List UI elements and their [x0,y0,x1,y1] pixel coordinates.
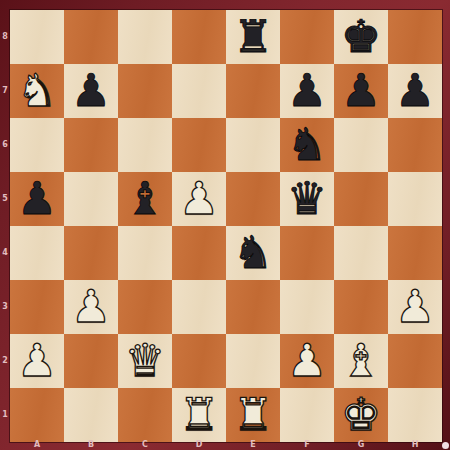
square-d3[interactable] [172,280,226,334]
piece-black-pawn[interactable]: ♟ [341,68,381,113]
square-a5[interactable]: ♟ [10,172,64,226]
piece-black-pawn[interactable]: ♟ [287,68,327,113]
square-d4[interactable] [172,226,226,280]
rank-label-5: 5 [0,172,10,226]
square-g6[interactable] [334,118,388,172]
square-h3[interactable]: ♟ [388,280,442,334]
square-c6[interactable] [118,118,172,172]
file-label-e: E [226,441,280,449]
piece-white-bishop[interactable]: ♝ [341,338,381,383]
piece-white-pawn[interactable]: ♟ [17,338,57,383]
square-a2[interactable]: ♟ [10,334,64,388]
square-d1[interactable]: ♜ [172,388,226,442]
square-h8[interactable] [388,10,442,64]
piece-black-pawn[interactable]: ♟ [17,176,57,221]
square-h7[interactable]: ♟ [388,64,442,118]
square-b4[interactable] [64,226,118,280]
square-e8[interactable]: ♜ [226,10,280,64]
piece-black-queen[interactable]: ♛ [287,176,327,221]
rank-label-7: 7 [0,64,10,118]
square-d2[interactable] [172,334,226,388]
square-g1[interactable]: ♚ [334,388,388,442]
piece-black-knight[interactable]: ♞ [287,122,327,167]
square-f6[interactable]: ♞ [280,118,334,172]
piece-white-pawn[interactable]: ♟ [395,284,435,329]
square-e3[interactable] [226,280,280,334]
square-a1[interactable] [10,388,64,442]
file-label-d: D [172,441,226,449]
square-e1[interactable]: ♜ [226,388,280,442]
rank-label-6: 6 [0,118,10,172]
board: ♜♚♞♟♟♟♟♞♟♝♟♛♞♟♟♟♛♟♝♜♜♚ [10,10,442,442]
rank-label-8: 8 [0,10,10,64]
piece-black-rook[interactable]: ♜ [233,14,273,59]
square-d8[interactable] [172,10,226,64]
square-g4[interactable] [334,226,388,280]
piece-white-rook[interactable]: ♜ [233,392,273,437]
piece-black-pawn[interactable]: ♟ [395,68,435,113]
square-f5[interactable]: ♛ [280,172,334,226]
rank-label-2: 2 [0,334,10,388]
file-label-g: G [334,441,388,449]
square-f3[interactable] [280,280,334,334]
square-f4[interactable] [280,226,334,280]
square-c1[interactable] [118,388,172,442]
piece-white-knight[interactable]: ♞ [17,68,57,113]
piece-black-bishop[interactable]: ♝ [125,176,165,221]
square-h6[interactable] [388,118,442,172]
piece-white-rook[interactable]: ♜ [179,392,219,437]
file-label-c: C [118,441,172,449]
square-f2[interactable]: ♟ [280,334,334,388]
square-b1[interactable] [64,388,118,442]
square-b8[interactable] [64,10,118,64]
square-c3[interactable] [118,280,172,334]
square-g7[interactable]: ♟ [334,64,388,118]
square-b2[interactable] [64,334,118,388]
square-h2[interactable] [388,334,442,388]
square-b6[interactable] [64,118,118,172]
piece-black-pawn[interactable]: ♟ [71,68,111,113]
square-e7[interactable] [226,64,280,118]
square-a8[interactable] [10,10,64,64]
white-to-move-indicator [442,442,449,449]
square-g8[interactable]: ♚ [334,10,388,64]
square-c5[interactable]: ♝ [118,172,172,226]
file-label-b: B [64,441,118,449]
square-c4[interactable] [118,226,172,280]
square-d7[interactable] [172,64,226,118]
square-b5[interactable] [64,172,118,226]
square-h5[interactable] [388,172,442,226]
square-g2[interactable]: ♝ [334,334,388,388]
square-a4[interactable] [10,226,64,280]
rank-label-3: 3 [0,280,10,334]
square-e6[interactable] [226,118,280,172]
file-label-h: H [388,441,442,449]
square-g5[interactable] [334,172,388,226]
piece-black-knight[interactable]: ♞ [233,230,273,275]
piece-black-king[interactable]: ♚ [341,14,381,59]
square-f7[interactable]: ♟ [280,64,334,118]
square-b7[interactable]: ♟ [64,64,118,118]
square-f1[interactable] [280,388,334,442]
piece-white-pawn[interactable]: ♟ [287,338,327,383]
piece-white-king[interactable]: ♚ [341,392,381,437]
square-h1[interactable] [388,388,442,442]
square-c2[interactable]: ♛ [118,334,172,388]
square-a3[interactable] [10,280,64,334]
rank-label-4: 4 [0,226,10,280]
square-c8[interactable] [118,10,172,64]
square-a7[interactable]: ♞ [10,64,64,118]
chess-board-frame: ♜♚♞♟♟♟♟♞♟♝♟♛♞♟♟♟♛♟♝♜♜♚ 12345678ABCDEFGH [0,0,450,450]
file-label-a: A [10,441,64,449]
square-d6[interactable] [172,118,226,172]
square-e2[interactable] [226,334,280,388]
square-a6[interactable] [10,118,64,172]
rank-label-1: 1 [0,388,10,442]
piece-white-pawn[interactable]: ♟ [71,284,111,329]
square-e5[interactable] [226,172,280,226]
square-f8[interactable] [280,10,334,64]
square-c7[interactable] [118,64,172,118]
square-e4[interactable]: ♞ [226,226,280,280]
file-label-f: F [280,441,334,449]
square-b3[interactable]: ♟ [64,280,118,334]
square-h4[interactable] [388,226,442,280]
square-d5[interactable]: ♟ [172,172,226,226]
square-g3[interactable] [334,280,388,334]
piece-white-pawn[interactable]: ♟ [179,176,219,221]
piece-white-queen[interactable]: ♛ [125,338,165,383]
